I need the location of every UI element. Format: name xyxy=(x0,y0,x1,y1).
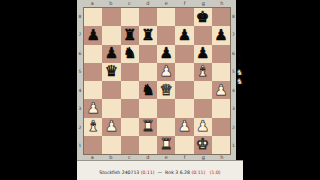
square-f5[interactable] xyxy=(175,63,193,81)
rank-label-4: 4 xyxy=(232,88,235,93)
captured-black-bishop: ♝ xyxy=(236,60,243,68)
piece-white-pawn: ♟ xyxy=(178,119,191,134)
square-e5[interactable]: ♟ xyxy=(157,63,175,81)
square-g1[interactable]: ♚ xyxy=(194,136,212,154)
square-f1[interactable] xyxy=(175,136,193,154)
square-g4[interactable] xyxy=(194,81,212,99)
square-a3[interactable]: ♟ xyxy=(84,99,102,117)
square-g6[interactable]: ♟ xyxy=(194,45,212,63)
square-g3[interactable] xyxy=(194,99,212,117)
rank-label-2: 2 xyxy=(79,125,82,130)
square-c7[interactable]: ♜ xyxy=(121,26,139,44)
square-a7[interactable]: ♟ xyxy=(84,26,102,44)
captured-black-bishop: ♝ xyxy=(236,51,243,59)
captured-white-knight: ♞ xyxy=(236,78,243,86)
piece-white-queen: ♛ xyxy=(159,83,172,98)
piece-black-queen: ♛ xyxy=(105,64,118,79)
rank-label-1: 1 xyxy=(79,143,82,148)
chess-panel: abcdefgh 87654321 ♚♟♜♜♟♟♟♞♟♟♛♟♝♞♛♟♟♝♟♜♟♟… xyxy=(77,0,243,180)
piece-black-king: ♚ xyxy=(196,10,209,25)
square-e3[interactable] xyxy=(157,99,175,117)
captured-white-knight: ♞ xyxy=(236,69,243,77)
players-score-segment: (1:0) xyxy=(205,170,220,175)
piece-white-bishop: ♝ xyxy=(196,64,209,79)
square-b6[interactable]: ♟ xyxy=(102,45,120,63)
players-score-segment: (0:11) xyxy=(191,170,205,175)
piece-black-rook: ♜ xyxy=(141,28,154,43)
square-h1[interactable] xyxy=(212,136,230,154)
rank-label-8: 8 xyxy=(79,14,82,19)
piece-black-pawn: ♟ xyxy=(214,28,227,43)
square-d7[interactable]: ♜ xyxy=(139,26,157,44)
rank-label-2: 2 xyxy=(232,125,235,130)
square-f8[interactable] xyxy=(175,8,193,26)
piece-white-king: ♚ xyxy=(196,137,209,152)
square-a4[interactable] xyxy=(84,81,102,99)
square-b5[interactable]: ♛ xyxy=(102,63,120,81)
piece-white-pawn: ♟ xyxy=(86,101,99,116)
piece-black-pawn: ♟ xyxy=(178,28,191,43)
square-b1[interactable] xyxy=(102,136,120,154)
square-d6[interactable] xyxy=(139,45,157,63)
square-b7[interactable] xyxy=(102,26,120,44)
app-window: abcdefgh 87654321 ♚♟♜♜♟♟♟♞♟♟♛♟♝♞♛♟♟♝♟♜♟♟… xyxy=(0,0,320,180)
players-score-segment: (0:11) xyxy=(141,170,155,175)
piece-black-knight: ♞ xyxy=(141,83,154,98)
square-g7[interactable] xyxy=(194,26,212,44)
square-e1[interactable]: ♜ xyxy=(157,136,175,154)
piece-white-pawn: ♟ xyxy=(105,119,118,134)
square-a8[interactable] xyxy=(84,8,102,26)
square-f3[interactable] xyxy=(175,99,193,117)
rank-label-6: 6 xyxy=(79,51,82,56)
piece-black-rook: ♜ xyxy=(123,28,136,43)
square-c2[interactable] xyxy=(121,118,139,136)
square-h8[interactable] xyxy=(212,8,230,26)
square-b4[interactable] xyxy=(102,81,120,99)
square-c4[interactable] xyxy=(121,81,139,99)
rank-label-3: 3 xyxy=(232,106,235,111)
square-b8[interactable] xyxy=(102,8,120,26)
square-h7[interactable]: ♟ xyxy=(212,26,230,44)
piece-white-bishop: ♝ xyxy=(86,119,99,134)
square-d4[interactable]: ♞ xyxy=(139,81,157,99)
square-e8[interactable] xyxy=(157,8,175,26)
piece-white-rook: ♜ xyxy=(141,119,154,134)
square-d1[interactable] xyxy=(139,136,157,154)
status-bar: Stockfish 240713 (0:11) — Rnk 3 6.28 (0:… xyxy=(77,160,243,180)
square-a1[interactable] xyxy=(84,136,102,154)
square-e2[interactable] xyxy=(157,118,175,136)
piece-white-pawn: ♟ xyxy=(196,119,209,134)
piece-black-pawn: ♟ xyxy=(86,28,99,43)
rank-label-7: 7 xyxy=(79,32,82,37)
square-g2[interactable]: ♟ xyxy=(194,118,212,136)
square-g8[interactable]: ♚ xyxy=(194,8,212,26)
square-e4[interactable]: ♛ xyxy=(157,81,175,99)
piece-white-pawn: ♟ xyxy=(159,64,172,79)
square-h2[interactable] xyxy=(212,118,230,136)
square-c1[interactable] xyxy=(121,136,139,154)
piece-black-pawn: ♟ xyxy=(196,46,209,61)
square-d3[interactable] xyxy=(139,99,157,117)
square-f4[interactable] xyxy=(175,81,193,99)
square-f6[interactable] xyxy=(175,45,193,63)
square-g5[interactable]: ♝ xyxy=(194,63,212,81)
square-b2[interactable]: ♟ xyxy=(102,118,120,136)
square-d5[interactable] xyxy=(139,63,157,81)
square-d2[interactable]: ♜ xyxy=(139,118,157,136)
square-h5[interactable] xyxy=(212,63,230,81)
square-f7[interactable]: ♟ xyxy=(175,26,193,44)
square-a5[interactable] xyxy=(84,63,102,81)
square-f2[interactable]: ♟ xyxy=(175,118,193,136)
square-d8[interactable] xyxy=(139,8,157,26)
rank-label-4: 4 xyxy=(79,88,82,93)
players-score-segment: — Rnk 3 6.28 xyxy=(155,170,192,175)
board: ♚♟♜♜♟♟♟♞♟♟♛♟♝♞♛♟♟♝♟♜♟♟♜♚ xyxy=(83,7,231,155)
piece-black-pawn: ♟ xyxy=(105,46,118,61)
piece-white-pawn: ♟ xyxy=(214,83,227,98)
rank-label-7: 7 xyxy=(232,32,235,37)
rank-label-5: 5 xyxy=(79,69,82,74)
captured-pieces-tray: ♝♝♞♞ xyxy=(235,50,244,86)
players-score-line: Stockfish 240713 (0:11) — Rnk 3 6.28 (0:… xyxy=(77,171,243,176)
square-e7[interactable] xyxy=(157,26,175,44)
square-h4[interactable]: ♟ xyxy=(212,81,230,99)
players-score-segment: Stockfish 240713 xyxy=(99,170,140,175)
rank-label-8: 8 xyxy=(232,14,235,19)
square-c8[interactable] xyxy=(121,8,139,26)
square-h3[interactable] xyxy=(212,99,230,117)
piece-white-rook: ♜ xyxy=(159,137,172,152)
rank-label-3: 3 xyxy=(79,106,82,111)
square-c3[interactable] xyxy=(121,99,139,117)
square-a2[interactable]: ♝ xyxy=(84,118,102,136)
square-c5[interactable] xyxy=(121,63,139,81)
rank-label-1: 1 xyxy=(232,143,235,148)
piece-black-knight: ♞ xyxy=(123,46,136,61)
square-e6[interactable]: ♟ xyxy=(157,45,175,63)
square-a6[interactable] xyxy=(84,45,102,63)
square-b3[interactable] xyxy=(102,99,120,117)
piece-black-pawn: ♟ xyxy=(159,46,172,61)
square-c6[interactable]: ♞ xyxy=(121,45,139,63)
square-h6[interactable] xyxy=(212,45,230,63)
